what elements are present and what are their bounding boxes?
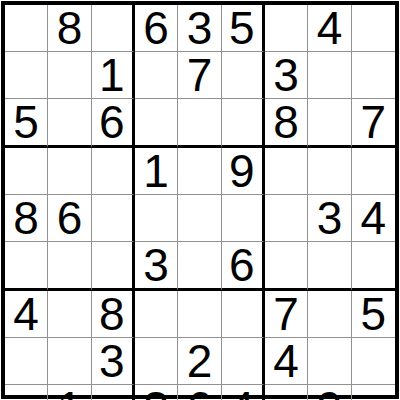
sudoku-puzzle: 86354173568719863436487532418649 xyxy=(0,0,400,400)
cell-r6c1-empty[interactable] xyxy=(5,242,48,291)
cell-r3c5-empty[interactable] xyxy=(178,99,221,148)
cell-r2c6-empty[interactable] xyxy=(222,52,265,99)
cell-r5c8-given: 3 xyxy=(308,195,351,242)
cell-r2c7-given: 3 xyxy=(265,52,308,99)
cell-r6c4-given: 3 xyxy=(135,242,178,291)
cell-r7c7-given: 7 xyxy=(265,291,308,338)
cell-r1c5-given: 3 xyxy=(178,5,221,52)
cell-r6c9-empty[interactable] xyxy=(352,242,395,291)
cell-r6c3-empty[interactable] xyxy=(92,242,135,291)
cell-r8c2-empty[interactable] xyxy=(48,338,91,385)
cell-r4c9-empty[interactable] xyxy=(352,148,395,195)
cell-r9c6-given: 4 xyxy=(222,385,265,400)
cell-r7c2-empty[interactable] xyxy=(48,291,91,338)
cell-r9c9-empty[interactable] xyxy=(352,385,395,400)
cell-r2c1-empty[interactable] xyxy=(5,52,48,99)
cell-r6c8-empty[interactable] xyxy=(308,242,351,291)
cell-r7c9-given: 5 xyxy=(352,291,395,338)
cell-r5c1-given: 8 xyxy=(5,195,48,242)
cell-r4c8-empty[interactable] xyxy=(308,148,351,195)
cell-r3c8-empty[interactable] xyxy=(308,99,351,148)
cell-r1c9-empty[interactable] xyxy=(352,5,395,52)
cell-r9c2-given: 1 xyxy=(48,385,91,400)
cell-r2c5-given: 7 xyxy=(178,52,221,99)
cell-r4c2-empty[interactable] xyxy=(48,148,91,195)
cell-r8c5-given: 2 xyxy=(178,338,221,385)
cell-r8c1-empty[interactable] xyxy=(5,338,48,385)
cell-r3c7-given: 8 xyxy=(265,99,308,148)
cell-r4c1-empty[interactable] xyxy=(5,148,48,195)
cell-r8c4-empty[interactable] xyxy=(135,338,178,385)
sudoku-grid: 86354173568719863436487532418649 xyxy=(1,1,399,399)
cell-r3c4-empty[interactable] xyxy=(135,99,178,148)
cell-r3c2-empty[interactable] xyxy=(48,99,91,148)
cell-r8c8-empty[interactable] xyxy=(308,338,351,385)
cell-r5c7-empty[interactable] xyxy=(265,195,308,242)
cell-r3c9-given: 7 xyxy=(352,99,395,148)
cell-r8c3-given: 3 xyxy=(92,338,135,385)
cell-r8c7-given: 4 xyxy=(265,338,308,385)
cell-r9c3-empty[interactable] xyxy=(92,385,135,400)
cell-r1c3-empty[interactable] xyxy=(92,5,135,52)
cell-r1c7-empty[interactable] xyxy=(265,5,308,52)
cell-r6c5-empty[interactable] xyxy=(178,242,221,291)
cell-r7c1-given: 4 xyxy=(5,291,48,338)
cell-r4c5-empty[interactable] xyxy=(178,148,221,195)
cell-r5c2-given: 6 xyxy=(48,195,91,242)
cell-r1c8-given: 4 xyxy=(308,5,351,52)
cell-r7c3-given: 8 xyxy=(92,291,135,338)
cell-r1c4-given: 6 xyxy=(135,5,178,52)
cell-r1c6-given: 5 xyxy=(222,5,265,52)
cell-r7c5-empty[interactable] xyxy=(178,291,221,338)
cell-r6c6-given: 6 xyxy=(222,242,265,291)
cell-r6c7-empty[interactable] xyxy=(265,242,308,291)
cell-r7c8-empty[interactable] xyxy=(308,291,351,338)
cell-r9c7-empty[interactable] xyxy=(265,385,308,400)
cell-r4c3-empty[interactable] xyxy=(92,148,135,195)
cell-r9c4-given: 8 xyxy=(135,385,178,400)
cell-r9c5-given: 6 xyxy=(178,385,221,400)
cell-r8c6-empty[interactable] xyxy=(222,338,265,385)
cell-r7c4-empty[interactable] xyxy=(135,291,178,338)
cell-r5c9-given: 4 xyxy=(352,195,395,242)
cell-r2c9-empty[interactable] xyxy=(352,52,395,99)
cell-r5c6-empty[interactable] xyxy=(222,195,265,242)
cell-r9c8-given: 9 xyxy=(308,385,351,400)
cell-r5c5-empty[interactable] xyxy=(178,195,221,242)
cell-r1c2-given: 8 xyxy=(48,5,91,52)
cell-r7c6-empty[interactable] xyxy=(222,291,265,338)
cell-r1c1-empty[interactable] xyxy=(5,5,48,52)
cell-r5c3-empty[interactable] xyxy=(92,195,135,242)
cell-r4c4-given: 1 xyxy=(135,148,178,195)
cell-r8c9-empty[interactable] xyxy=(352,338,395,385)
cell-r2c3-given: 1 xyxy=(92,52,135,99)
cell-r3c6-empty[interactable] xyxy=(222,99,265,148)
cell-r2c8-empty[interactable] xyxy=(308,52,351,99)
cell-r5c4-empty[interactable] xyxy=(135,195,178,242)
cell-r2c4-empty[interactable] xyxy=(135,52,178,99)
cell-r3c3-given: 6 xyxy=(92,99,135,148)
cell-r4c6-given: 9 xyxy=(222,148,265,195)
cell-r4c7-empty[interactable] xyxy=(265,148,308,195)
cell-r2c2-empty[interactable] xyxy=(48,52,91,99)
cell-r3c1-given: 5 xyxy=(5,99,48,148)
cell-r6c2-empty[interactable] xyxy=(48,242,91,291)
cell-r9c1-empty[interactable] xyxy=(5,385,48,400)
